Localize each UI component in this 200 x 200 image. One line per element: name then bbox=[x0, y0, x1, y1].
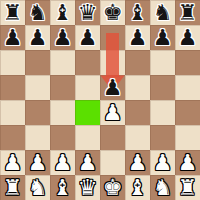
square-f1[interactable]: ♝ bbox=[125, 175, 150, 200]
square-a2[interactable]: ♟ bbox=[0, 150, 25, 175]
square-a7[interactable]: ♟ bbox=[0, 25, 25, 50]
square-g3[interactable] bbox=[150, 125, 175, 150]
square-g4[interactable] bbox=[150, 100, 175, 125]
square-c2[interactable]: ♟ bbox=[50, 150, 75, 175]
square-h8[interactable]: ♜ bbox=[175, 0, 200, 25]
black-king-e8[interactable]: ♚ bbox=[103, 0, 123, 25]
white-pawn-b2[interactable]: ♟ bbox=[28, 150, 48, 175]
square-f6[interactable] bbox=[125, 50, 150, 75]
square-b4[interactable] bbox=[25, 100, 50, 125]
square-a4[interactable] bbox=[0, 100, 25, 125]
square-g6[interactable] bbox=[150, 50, 175, 75]
black-knight-b8[interactable]: ♞ bbox=[28, 0, 48, 25]
square-e3[interactable] bbox=[100, 125, 125, 150]
square-e6[interactable] bbox=[100, 50, 125, 75]
square-g5[interactable] bbox=[150, 75, 175, 100]
square-e4[interactable]: ♟ bbox=[100, 100, 125, 125]
white-knight-g1[interactable]: ♞ bbox=[153, 175, 173, 200]
square-d4[interactable] bbox=[75, 100, 100, 125]
square-c6[interactable] bbox=[50, 50, 75, 75]
white-pawn-a2[interactable]: ♟ bbox=[3, 150, 23, 175]
square-f7[interactable]: ♟ bbox=[125, 25, 150, 50]
white-queen-d1[interactable]: ♛ bbox=[78, 175, 98, 200]
square-c7[interactable]: ♟ bbox=[50, 25, 75, 50]
chess-board: ♜♞♝♛♚♝♞♜♟♟♟♟♟♟♟♟♟♟♟♟♟♟♟♟♜♞♝♛♚♝♞♜ bbox=[0, 0, 200, 200]
square-d5[interactable] bbox=[75, 75, 100, 100]
square-g7[interactable]: ♟ bbox=[150, 25, 175, 50]
square-h5[interactable] bbox=[175, 75, 200, 100]
square-b8[interactable]: ♞ bbox=[25, 0, 50, 25]
square-a3[interactable] bbox=[0, 125, 25, 150]
square-f8[interactable]: ♝ bbox=[125, 0, 150, 25]
square-d3[interactable] bbox=[75, 125, 100, 150]
black-bishop-c8[interactable]: ♝ bbox=[53, 0, 73, 25]
square-h1[interactable]: ♜ bbox=[175, 175, 200, 200]
square-g2[interactable]: ♟ bbox=[150, 150, 175, 175]
square-c3[interactable] bbox=[50, 125, 75, 150]
white-rook-a1[interactable]: ♜ bbox=[3, 175, 23, 200]
black-rook-h8[interactable]: ♜ bbox=[178, 0, 198, 25]
black-pawn-b7[interactable]: ♟ bbox=[28, 25, 48, 50]
black-pawn-f7[interactable]: ♟ bbox=[128, 25, 148, 50]
white-king-e1[interactable]: ♚ bbox=[103, 175, 123, 200]
square-b6[interactable] bbox=[25, 50, 50, 75]
square-h7[interactable]: ♟ bbox=[175, 25, 200, 50]
square-f3[interactable] bbox=[125, 125, 150, 150]
square-h6[interactable] bbox=[175, 50, 200, 75]
square-g8[interactable]: ♞ bbox=[150, 0, 175, 25]
square-g1[interactable]: ♞ bbox=[150, 175, 175, 200]
square-h2[interactable]: ♟ bbox=[175, 150, 200, 175]
square-d7[interactable]: ♟ bbox=[75, 25, 100, 50]
square-e1[interactable]: ♚ bbox=[100, 175, 125, 200]
black-pawn-c7[interactable]: ♟ bbox=[53, 25, 73, 50]
square-b5[interactable] bbox=[25, 75, 50, 100]
white-pawn-f2[interactable]: ♟ bbox=[128, 150, 148, 175]
white-pawn-d2[interactable]: ♟ bbox=[78, 150, 98, 175]
white-pawn-e4[interactable]: ♟ bbox=[103, 100, 123, 125]
white-pawn-c2[interactable]: ♟ bbox=[53, 150, 73, 175]
black-pawn-d7[interactable]: ♟ bbox=[78, 25, 98, 50]
square-a1[interactable]: ♜ bbox=[0, 175, 25, 200]
white-bishop-c1[interactable]: ♝ bbox=[53, 175, 73, 200]
square-d8[interactable]: ♛ bbox=[75, 0, 100, 25]
square-c1[interactable]: ♝ bbox=[50, 175, 75, 200]
square-d1[interactable]: ♛ bbox=[75, 175, 100, 200]
square-e2[interactable] bbox=[100, 150, 125, 175]
square-a5[interactable] bbox=[0, 75, 25, 100]
square-c5[interactable] bbox=[50, 75, 75, 100]
square-b3[interactable] bbox=[25, 125, 50, 150]
black-pawn-a7[interactable]: ♟ bbox=[3, 25, 23, 50]
white-knight-b1[interactable]: ♞ bbox=[28, 175, 48, 200]
black-pawn-e5[interactable]: ♟ bbox=[103, 75, 123, 100]
square-c4[interactable] bbox=[50, 100, 75, 125]
square-b2[interactable]: ♟ bbox=[25, 150, 50, 175]
square-c8[interactable]: ♝ bbox=[50, 0, 75, 25]
square-b1[interactable]: ♞ bbox=[25, 175, 50, 200]
black-rook-a8[interactable]: ♜ bbox=[3, 0, 23, 25]
square-f4[interactable] bbox=[125, 100, 150, 125]
black-bishop-f8[interactable]: ♝ bbox=[128, 0, 148, 25]
square-a8[interactable]: ♜ bbox=[0, 0, 25, 25]
square-h4[interactable] bbox=[175, 100, 200, 125]
square-e7[interactable] bbox=[100, 25, 125, 50]
square-e8[interactable]: ♚ bbox=[100, 0, 125, 25]
square-a6[interactable] bbox=[0, 50, 25, 75]
square-f2[interactable]: ♟ bbox=[125, 150, 150, 175]
square-d6[interactable] bbox=[75, 50, 100, 75]
square-e5[interactable]: ♟ bbox=[100, 75, 125, 100]
black-pawn-h7[interactable]: ♟ bbox=[178, 25, 198, 50]
square-f5[interactable] bbox=[125, 75, 150, 100]
square-b7[interactable]: ♟ bbox=[25, 25, 50, 50]
square-d2[interactable]: ♟ bbox=[75, 150, 100, 175]
white-bishop-f1[interactable]: ♝ bbox=[128, 175, 148, 200]
white-pawn-h2[interactable]: ♟ bbox=[178, 150, 198, 175]
black-knight-g8[interactable]: ♞ bbox=[153, 0, 173, 25]
white-pawn-g2[interactable]: ♟ bbox=[153, 150, 173, 175]
black-pawn-g7[interactable]: ♟ bbox=[153, 25, 173, 50]
black-queen-d8[interactable]: ♛ bbox=[78, 0, 98, 25]
white-rook-h1[interactable]: ♜ bbox=[178, 175, 198, 200]
square-h3[interactable] bbox=[175, 125, 200, 150]
